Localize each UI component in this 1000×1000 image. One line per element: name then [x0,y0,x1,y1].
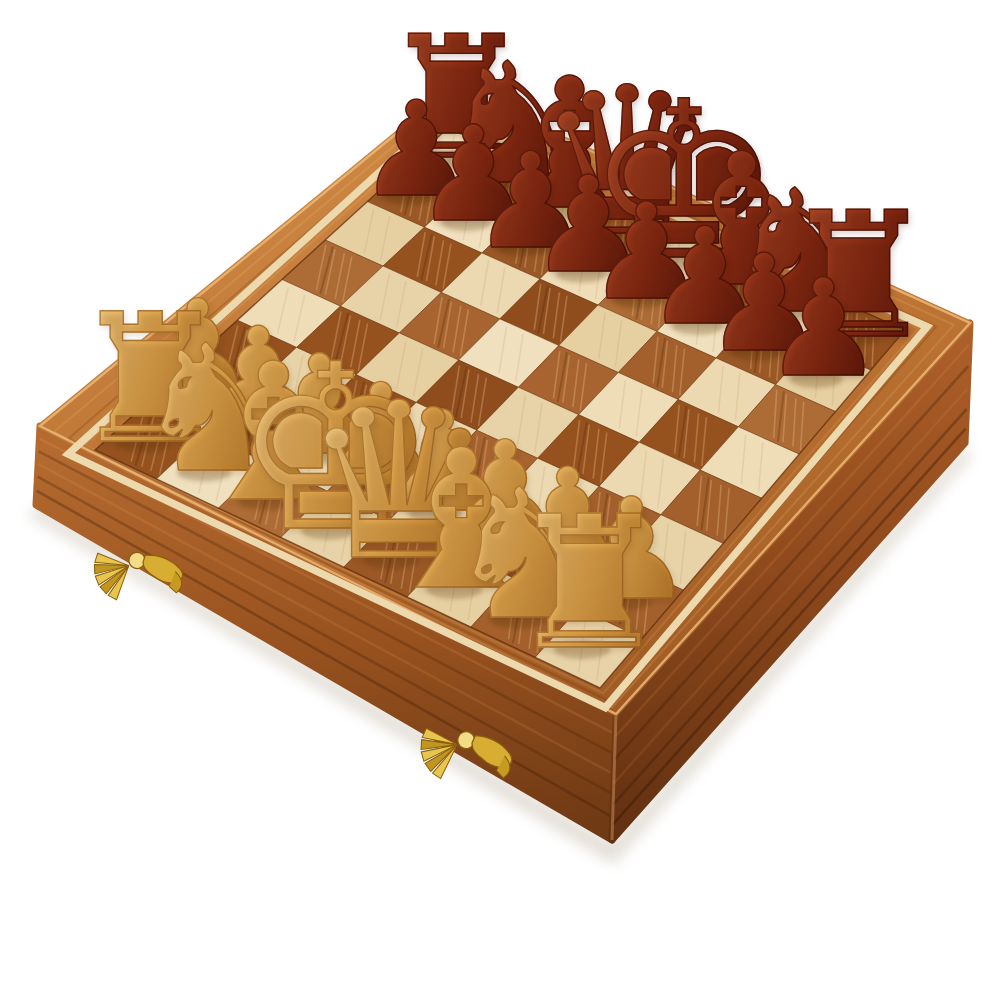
chess-board-and-box [0,0,1000,1000]
chess-set-photo: ♜♞♝♛♚♝♞♜♟♟♟♟♟♟♟♟♟♟♟♟♟♟♟♟♜♞♝♚♛♝♞♜ [0,0,1000,1000]
